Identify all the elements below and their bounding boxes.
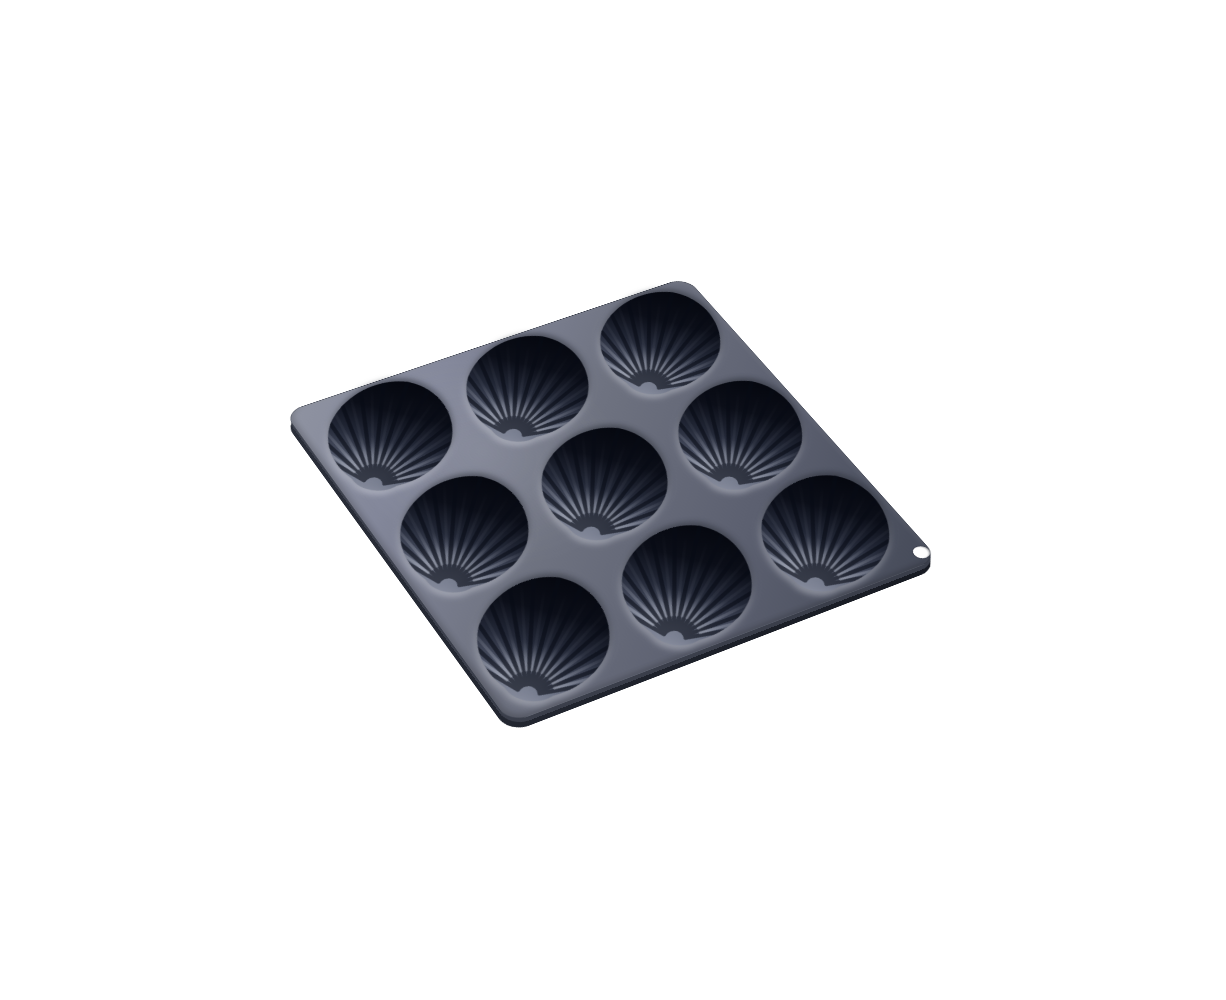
shell-mold-icon: [567, 270, 749, 420]
madeleine-pan: [284, 277, 939, 724]
photo-background: [0, 0, 1226, 1000]
